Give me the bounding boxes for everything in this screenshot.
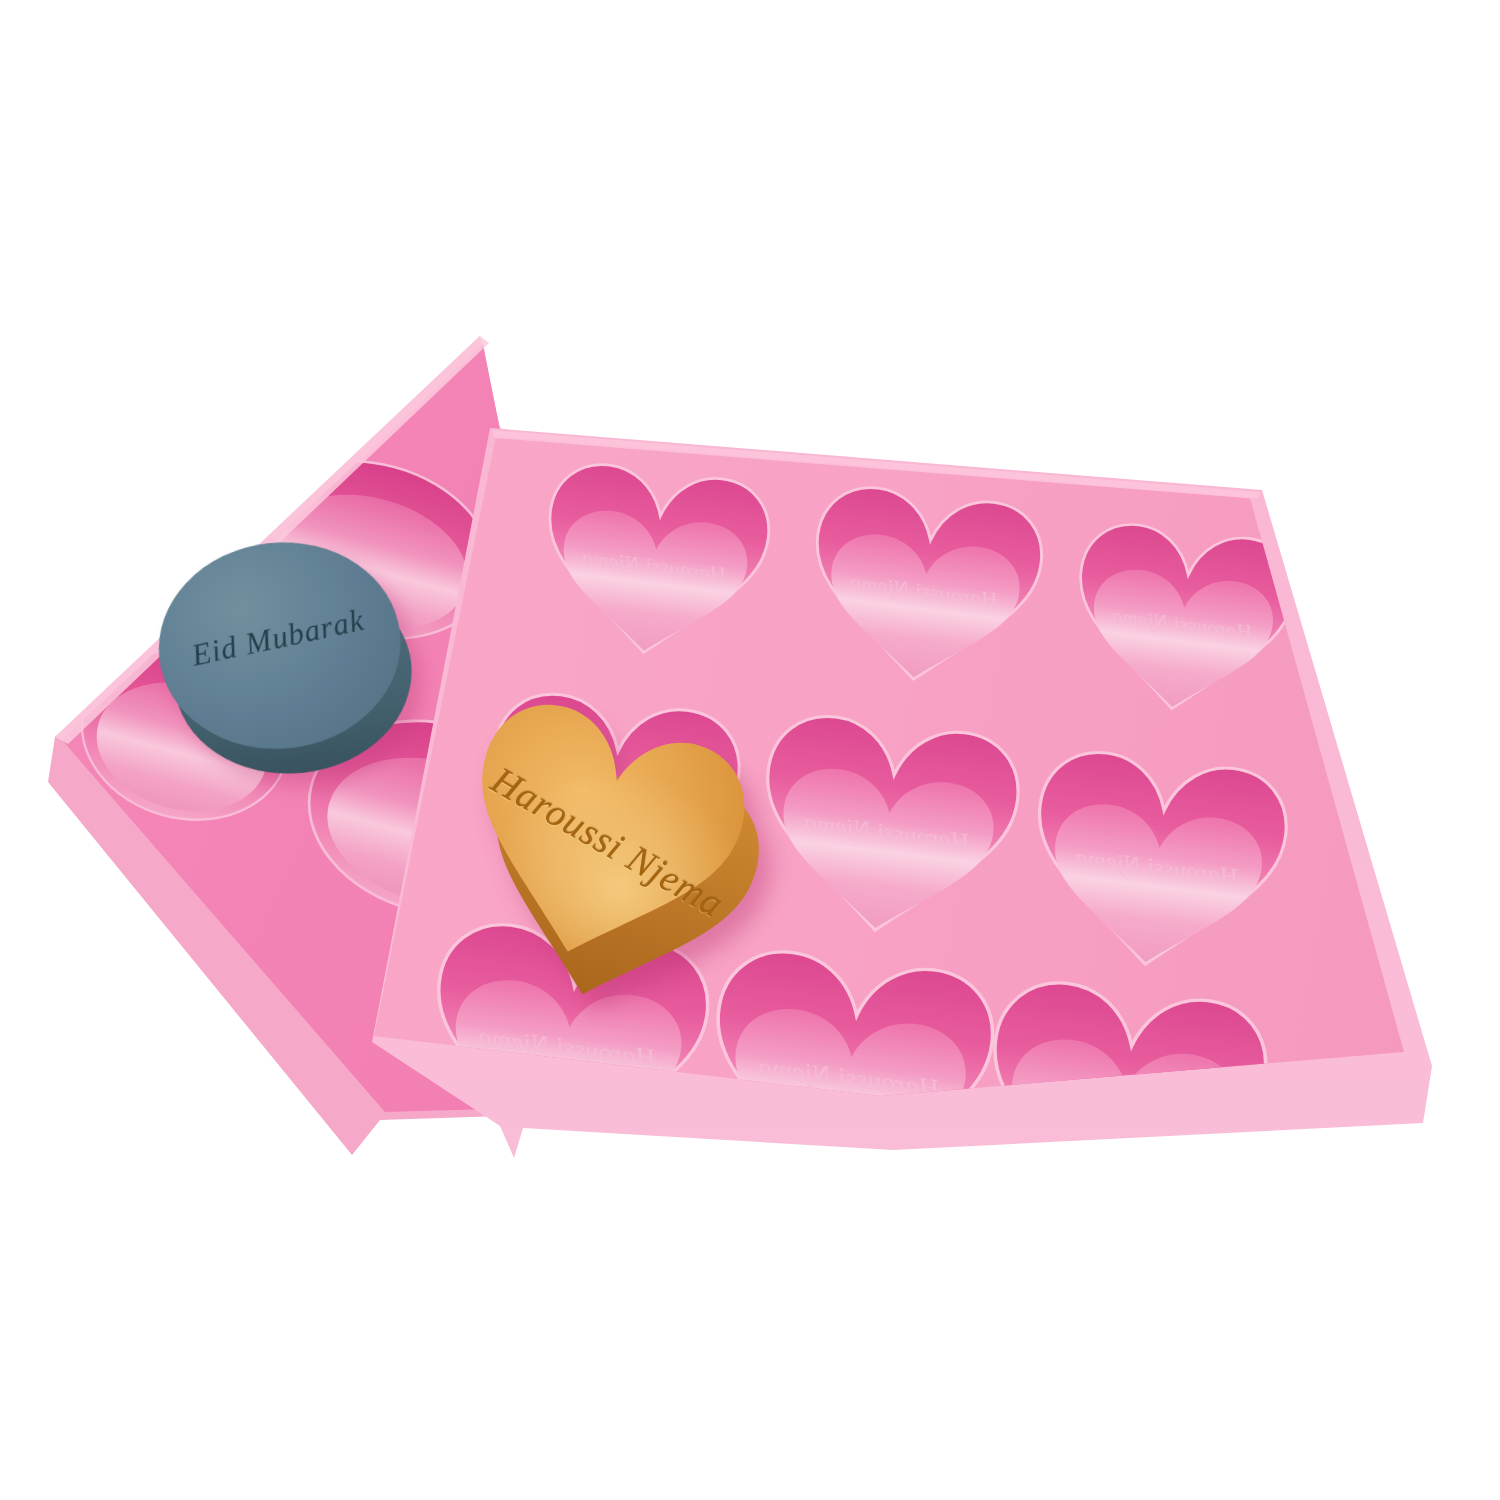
heart-cavity-6: Haroussi Njema xyxy=(1012,730,1304,991)
round-soap: Eid Mubarak xyxy=(149,529,424,786)
heart-soap: Haroussi Njema xyxy=(448,688,768,1018)
product-photo: Eid Mubarak Haroussi Njema Haroussi Njem… xyxy=(0,0,1500,1500)
heart-cavity-2: Haroussi Njema xyxy=(792,467,1058,703)
heart-cavity-1: Haroussi Njema xyxy=(525,444,784,675)
